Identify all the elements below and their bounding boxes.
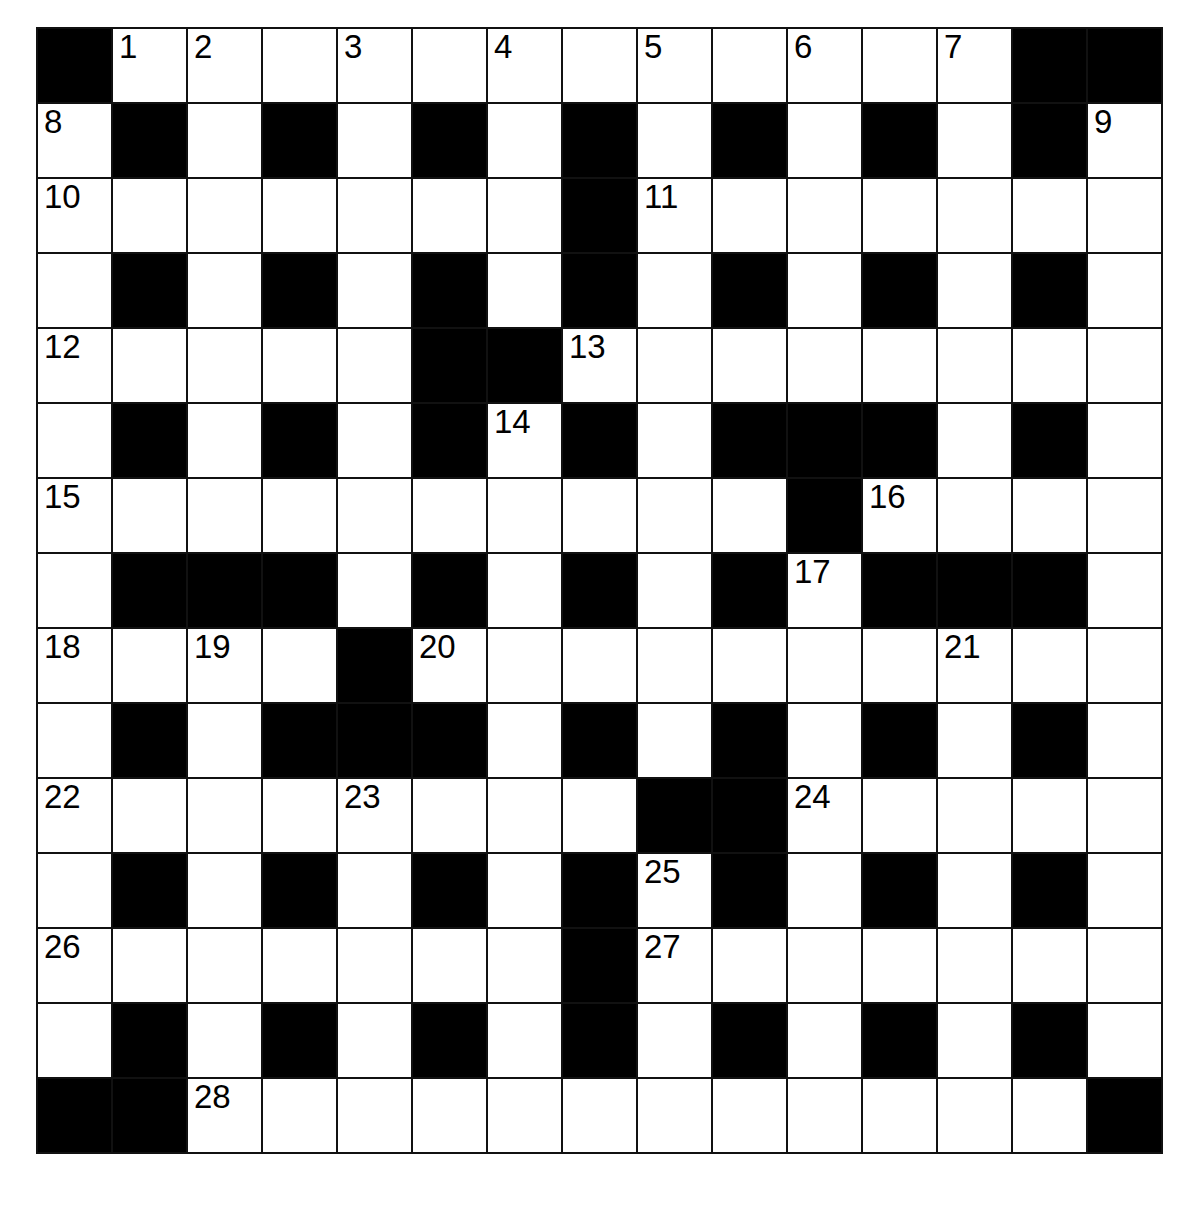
letter-cell[interactable] (263, 629, 336, 702)
blocked-cell (113, 854, 186, 927)
blocked-cell (413, 554, 486, 627)
blocked-cell (788, 479, 861, 552)
blocked-cell (1013, 704, 1086, 777)
letter-cell[interactable] (338, 254, 411, 327)
blocked-cell (563, 854, 636, 927)
letter-cell[interactable] (938, 1004, 1011, 1077)
clue-number: 18 (44, 630, 81, 663)
letter-cell[interactable] (788, 704, 861, 777)
blocked-cell (713, 704, 786, 777)
clue-number: 14 (494, 405, 531, 438)
blocked-cell (413, 704, 486, 777)
letter-cell[interactable] (188, 179, 261, 252)
clue-number: 21 (944, 630, 981, 663)
letter-cell[interactable] (863, 629, 936, 702)
clue-number: 19 (194, 630, 231, 663)
letter-cell[interactable]: 28 (188, 1079, 261, 1152)
letter-cell[interactable] (863, 929, 936, 1002)
letter-cell[interactable]: 24 (788, 779, 861, 852)
letter-cell[interactable] (863, 329, 936, 402)
blocked-cell (413, 254, 486, 327)
letter-cell[interactable]: 3 (338, 29, 411, 102)
letter-cell[interactable] (563, 29, 636, 102)
letter-cell[interactable] (638, 554, 711, 627)
letter-cell[interactable] (938, 929, 1011, 1002)
blocked-cell (1088, 1079, 1161, 1152)
letter-cell[interactable] (1088, 554, 1161, 627)
clue-number: 11 (644, 180, 678, 213)
letter-cell[interactable] (488, 179, 561, 252)
blocked-cell (413, 104, 486, 177)
letter-cell[interactable] (113, 779, 186, 852)
blocked-cell (38, 1079, 111, 1152)
letter-cell[interactable] (413, 479, 486, 552)
letter-cell[interactable] (488, 929, 561, 1002)
blocked-cell (563, 254, 636, 327)
blocked-cell (863, 554, 936, 627)
letter-cell[interactable] (38, 854, 111, 927)
letter-cell[interactable] (788, 1004, 861, 1077)
letter-cell[interactable] (638, 629, 711, 702)
letter-cell[interactable] (188, 254, 261, 327)
letter-cell[interactable] (1013, 179, 1086, 252)
letter-cell[interactable] (488, 629, 561, 702)
letter-cell[interactable] (113, 929, 186, 1002)
blocked-cell (563, 929, 636, 1002)
letter-cell[interactable] (938, 329, 1011, 402)
letter-cell[interactable] (263, 779, 336, 852)
letter-cell[interactable]: 9 (1088, 104, 1161, 177)
blocked-cell (638, 779, 711, 852)
blocked-cell (713, 404, 786, 477)
letter-cell[interactable] (938, 1079, 1011, 1152)
blocked-cell (413, 1004, 486, 1077)
clue-number: 24 (794, 780, 831, 813)
clue-number: 28 (194, 1080, 231, 1113)
letter-cell[interactable]: 20 (413, 629, 486, 702)
letter-cell[interactable] (338, 1079, 411, 1152)
letter-cell[interactable] (1088, 329, 1161, 402)
clue-number: 12 (44, 330, 81, 363)
letter-cell[interactable] (638, 404, 711, 477)
letter-cell[interactable] (788, 179, 861, 252)
letter-cell[interactable] (638, 1004, 711, 1077)
blocked-cell (413, 404, 486, 477)
clue-number: 15 (44, 480, 81, 513)
letter-cell[interactable] (938, 479, 1011, 552)
crossword-page: 1234567891011121314151617181920212223242… (0, 0, 1200, 1221)
blocked-cell (338, 704, 411, 777)
blocked-cell (863, 104, 936, 177)
blocked-cell (263, 404, 336, 477)
letter-cell[interactable] (713, 929, 786, 1002)
clue-number: 8 (44, 105, 62, 138)
letter-cell[interactable] (713, 629, 786, 702)
letter-cell[interactable]: 17 (788, 554, 861, 627)
letter-cell[interactable] (263, 1079, 336, 1152)
clue-number: 16 (869, 480, 906, 513)
letter-cell[interactable] (788, 929, 861, 1002)
letter-cell[interactable] (488, 1004, 561, 1077)
letter-cell[interactable] (713, 29, 786, 102)
letter-cell[interactable] (563, 779, 636, 852)
letter-cell[interactable] (938, 704, 1011, 777)
clue-number: 26 (44, 930, 81, 963)
letter-cell[interactable] (863, 779, 936, 852)
blocked-cell (713, 554, 786, 627)
letter-cell[interactable] (113, 629, 186, 702)
letter-cell[interactable] (563, 1079, 636, 1152)
clue-number: 25 (644, 855, 681, 888)
blocked-cell (563, 1004, 636, 1077)
letter-cell[interactable]: 6 (788, 29, 861, 102)
letter-cell[interactable] (1088, 479, 1161, 552)
letter-cell[interactable]: 5 (638, 29, 711, 102)
blocked-cell (713, 254, 786, 327)
blocked-cell (713, 854, 786, 927)
letter-cell[interactable] (1088, 629, 1161, 702)
letter-cell[interactable]: 27 (638, 929, 711, 1002)
clue-number: 9 (1094, 105, 1112, 138)
letter-cell[interactable]: 22 (38, 779, 111, 852)
letter-cell[interactable] (38, 404, 111, 477)
blocked-cell (263, 104, 336, 177)
blocked-cell (413, 329, 486, 402)
letter-cell[interactable] (788, 629, 861, 702)
letter-cell[interactable] (788, 854, 861, 927)
clue-number: 1 (119, 30, 137, 63)
letter-cell[interactable]: 19 (188, 629, 261, 702)
letter-cell[interactable] (188, 329, 261, 402)
clue-number: 22 (44, 780, 81, 813)
letter-cell[interactable]: 26 (38, 929, 111, 1002)
letter-cell[interactable] (1088, 704, 1161, 777)
letter-cell[interactable] (338, 104, 411, 177)
blocked-cell (938, 554, 1011, 627)
blocked-cell (413, 854, 486, 927)
blocked-cell (1013, 1004, 1086, 1077)
blocked-cell (1013, 254, 1086, 327)
letter-cell[interactable]: 8 (38, 104, 111, 177)
crossword-grid: 1234567891011121314151617181920212223242… (36, 27, 1163, 1154)
blocked-cell (488, 329, 561, 402)
blocked-cell (113, 1079, 186, 1152)
letter-cell[interactable] (938, 104, 1011, 177)
clue-number: 6 (794, 30, 812, 63)
blocked-cell (113, 104, 186, 177)
letter-cell[interactable] (488, 1079, 561, 1152)
blocked-cell (338, 629, 411, 702)
letter-cell[interactable] (338, 179, 411, 252)
letter-cell[interactable] (188, 404, 261, 477)
letter-cell[interactable] (1013, 329, 1086, 402)
letter-cell[interactable] (1088, 254, 1161, 327)
letter-cell[interactable] (413, 179, 486, 252)
letter-cell[interactable]: 4 (488, 29, 561, 102)
clue-number: 2 (194, 30, 212, 63)
letter-cell[interactable] (38, 704, 111, 777)
blocked-cell (1013, 554, 1086, 627)
clue-number: 7 (944, 30, 962, 63)
blocked-cell (788, 404, 861, 477)
clue-number: 17 (794, 555, 831, 588)
blocked-cell (563, 104, 636, 177)
letter-cell[interactable]: 21 (938, 629, 1011, 702)
blocked-cell (563, 179, 636, 252)
letter-cell[interactable] (413, 929, 486, 1002)
clue-number: 20 (419, 630, 456, 663)
letter-cell[interactable] (338, 479, 411, 552)
blocked-cell (1013, 404, 1086, 477)
letter-cell[interactable] (113, 179, 186, 252)
letter-cell[interactable] (413, 779, 486, 852)
letter-cell[interactable] (1088, 929, 1161, 1002)
letter-cell[interactable] (263, 479, 336, 552)
letter-cell[interactable] (938, 179, 1011, 252)
letter-cell[interactable] (638, 329, 711, 402)
letter-cell[interactable] (788, 1079, 861, 1152)
letter-cell[interactable] (863, 179, 936, 252)
letter-cell[interactable] (263, 329, 336, 402)
letter-cell[interactable]: 7 (938, 29, 1011, 102)
letter-cell[interactable] (188, 104, 261, 177)
letter-cell[interactable] (38, 554, 111, 627)
clue-number: 5 (644, 30, 662, 63)
letter-cell[interactable] (488, 854, 561, 927)
letter-cell[interactable] (938, 404, 1011, 477)
letter-cell[interactable] (788, 329, 861, 402)
blocked-cell (863, 854, 936, 927)
letter-cell[interactable] (263, 29, 336, 102)
blocked-cell (113, 254, 186, 327)
letter-cell[interactable] (863, 1079, 936, 1152)
letter-cell[interactable] (38, 1004, 111, 1077)
letter-cell[interactable]: 10 (38, 179, 111, 252)
blocked-cell (263, 554, 336, 627)
letter-cell[interactable] (1088, 404, 1161, 477)
letter-cell[interactable]: 12 (38, 329, 111, 402)
letter-cell[interactable] (188, 704, 261, 777)
letter-cell[interactable]: 14 (488, 404, 561, 477)
letter-cell[interactable] (1088, 854, 1161, 927)
clue-number: 13 (569, 330, 606, 363)
blocked-cell (1013, 854, 1086, 927)
letter-cell[interactable] (413, 29, 486, 102)
blocked-cell (188, 554, 261, 627)
letter-cell[interactable] (638, 479, 711, 552)
letter-cell[interactable] (788, 254, 861, 327)
letter-cell[interactable] (938, 254, 1011, 327)
letter-cell[interactable] (338, 329, 411, 402)
letter-cell[interactable] (338, 554, 411, 627)
letter-cell[interactable] (638, 104, 711, 177)
letter-cell[interactable]: 25 (638, 854, 711, 927)
blocked-cell (713, 104, 786, 177)
letter-cell[interactable]: 15 (38, 479, 111, 552)
blocked-cell (113, 1004, 186, 1077)
letter-cell[interactable] (1013, 779, 1086, 852)
blocked-cell (863, 254, 936, 327)
letter-cell[interactable] (563, 479, 636, 552)
letter-cell[interactable] (188, 479, 261, 552)
letter-cell[interactable] (113, 329, 186, 402)
letter-cell[interactable] (488, 254, 561, 327)
letter-cell[interactable] (1013, 479, 1086, 552)
blocked-cell (263, 854, 336, 927)
letter-cell[interactable] (1013, 629, 1086, 702)
clue-number: 10 (44, 180, 81, 213)
blocked-cell (563, 554, 636, 627)
letter-cell[interactable] (338, 929, 411, 1002)
blocked-cell (113, 554, 186, 627)
letter-cell[interactable] (1088, 1004, 1161, 1077)
letter-cell[interactable]: 13 (563, 329, 636, 402)
letter-cell[interactable] (488, 779, 561, 852)
blocked-cell (563, 704, 636, 777)
letter-cell[interactable] (188, 929, 261, 1002)
clue-number: 23 (344, 780, 381, 813)
letter-cell[interactable] (863, 29, 936, 102)
clue-number: 4 (494, 30, 512, 63)
letter-cell[interactable] (338, 404, 411, 477)
clue-number: 27 (644, 930, 681, 963)
blocked-cell (1013, 104, 1086, 177)
blocked-cell (38, 29, 111, 102)
letter-cell[interactable] (713, 479, 786, 552)
blocked-cell (263, 254, 336, 327)
letter-cell[interactable] (263, 179, 336, 252)
letter-cell[interactable] (113, 479, 186, 552)
letter-cell[interactable] (638, 254, 711, 327)
letter-cell[interactable] (188, 1004, 261, 1077)
letter-cell[interactable]: 16 (863, 479, 936, 552)
letter-cell[interactable] (1088, 779, 1161, 852)
letter-cell[interactable] (1013, 929, 1086, 1002)
letter-cell[interactable]: 18 (38, 629, 111, 702)
blocked-cell (263, 704, 336, 777)
letter-cell[interactable] (413, 1079, 486, 1152)
clue-number: 3 (344, 30, 362, 63)
letter-cell[interactable] (563, 629, 636, 702)
letter-cell[interactable] (338, 1004, 411, 1077)
letter-cell[interactable] (938, 779, 1011, 852)
letter-cell[interactable] (488, 554, 561, 627)
blocked-cell (263, 1004, 336, 1077)
blocked-cell (713, 1004, 786, 1077)
letter-cell[interactable] (713, 179, 786, 252)
letter-cell[interactable] (1013, 1079, 1086, 1152)
letter-cell[interactable] (638, 1079, 711, 1152)
blocked-cell (563, 404, 636, 477)
letter-cell[interactable] (338, 854, 411, 927)
blocked-cell (863, 404, 936, 477)
blocked-cell (113, 704, 186, 777)
letter-cell[interactable] (638, 704, 711, 777)
letter-cell[interactable] (1088, 179, 1161, 252)
blocked-cell (713, 779, 786, 852)
letter-cell[interactable] (713, 329, 786, 402)
letter-cell[interactable]: 11 (638, 179, 711, 252)
letter-cell[interactable] (38, 254, 111, 327)
letter-cell[interactable] (263, 929, 336, 1002)
letter-cell[interactable]: 23 (338, 779, 411, 852)
letter-cell[interactable]: 2 (188, 29, 261, 102)
letter-cell[interactable] (488, 704, 561, 777)
letter-cell[interactable]: 1 (113, 29, 186, 102)
letter-cell[interactable] (488, 104, 561, 177)
letter-cell[interactable] (188, 779, 261, 852)
blocked-cell (863, 1004, 936, 1077)
letter-cell[interactable] (938, 854, 1011, 927)
letter-cell[interactable] (713, 1079, 786, 1152)
letter-cell[interactable] (488, 479, 561, 552)
letter-cell[interactable] (188, 854, 261, 927)
blocked-cell (1013, 29, 1086, 102)
blocked-cell (1088, 29, 1161, 102)
letter-cell[interactable] (788, 104, 861, 177)
blocked-cell (863, 704, 936, 777)
blocked-cell (113, 404, 186, 477)
